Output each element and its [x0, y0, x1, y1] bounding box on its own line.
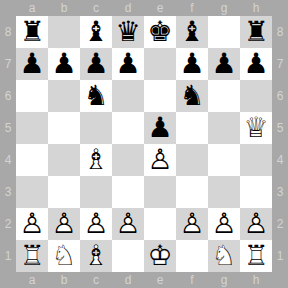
square-c2[interactable]: ♟♙ [80, 208, 112, 240]
square-c7[interactable]: ♟ [80, 48, 112, 80]
file-label-b: b [48, 272, 80, 288]
white-piece-outline: ♖ [240, 240, 272, 272]
square-f1[interactable] [176, 240, 208, 272]
square-b4[interactable] [48, 144, 80, 176]
rank-label-3: 3 [0, 176, 16, 208]
file-labels-bottom: abcdefgh [16, 272, 272, 288]
file-label-c: c [80, 0, 112, 16]
square-e5[interactable]: ♟ [144, 112, 176, 144]
black-pawn-piece[interactable]: ♟ [48, 48, 80, 80]
square-a6[interactable] [16, 80, 48, 112]
square-e1[interactable]: ♚♔ [144, 240, 176, 272]
white-piece-outline: ♙ [80, 208, 112, 240]
square-b8[interactable] [48, 16, 80, 48]
square-d6[interactable] [112, 80, 144, 112]
white-piece-outline: ♖ [16, 240, 48, 272]
square-h4[interactable] [240, 144, 272, 176]
square-d4[interactable] [112, 144, 144, 176]
file-label-f: f [176, 272, 208, 288]
rank-label-5: 5 [0, 112, 16, 144]
square-d8[interactable]: ♛ [112, 16, 144, 48]
square-e3[interactable] [144, 176, 176, 208]
file-labels-top: abcdefgh [16, 0, 272, 16]
file-label-e: e [144, 0, 176, 16]
white-pawn-piece[interactable]: ♟♙ [48, 208, 80, 240]
black-rook-piece[interactable]: ♜ [16, 16, 48, 48]
square-g2[interactable]: ♟♙ [208, 208, 240, 240]
rank-labels-right: 87654321 [272, 16, 288, 272]
square-a5[interactable] [16, 112, 48, 144]
square-g4[interactable] [208, 144, 240, 176]
white-knight-piece[interactable]: ♞♘ [48, 240, 80, 272]
white-pawn-piece[interactable]: ♟♙ [144, 144, 176, 176]
square-f3[interactable] [176, 176, 208, 208]
square-f5[interactable] [176, 112, 208, 144]
square-h2[interactable]: ♟♙ [240, 208, 272, 240]
rank-label-3: 3 [272, 176, 288, 208]
chess-board-frame: abcdefgh 87654321 ♜♝♛♚♝♜♟♟♟♟♟♟♟♞♞♟♛♕♝♗♟♙… [0, 0, 288, 288]
white-piece-outline: ♙ [16, 208, 48, 240]
rank-label-2: 2 [0, 208, 16, 240]
black-knight-piece[interactable]: ♞ [80, 80, 112, 112]
square-f7[interactable]: ♟ [176, 48, 208, 80]
square-h3[interactable] [240, 176, 272, 208]
file-label-a: a [16, 272, 48, 288]
file-label-h: h [240, 272, 272, 288]
square-h6[interactable] [240, 80, 272, 112]
square-b2[interactable]: ♟♙ [48, 208, 80, 240]
white-piece-outline: ♘ [208, 240, 240, 272]
square-a3[interactable] [16, 176, 48, 208]
white-pawn-piece[interactable]: ♟♙ [176, 208, 208, 240]
white-piece-outline: ♙ [112, 208, 144, 240]
rank-label-4: 4 [0, 144, 16, 176]
white-piece-outline: ♗ [80, 144, 112, 176]
white-piece-outline: ♙ [176, 208, 208, 240]
rank-label-7: 7 [0, 48, 16, 80]
white-piece-outline: ♙ [48, 208, 80, 240]
white-queen-piece[interactable]: ♛♕ [240, 112, 272, 144]
black-pawn-piece[interactable]: ♟ [176, 48, 208, 80]
square-c6[interactable]: ♞ [80, 80, 112, 112]
rank-label-5: 5 [272, 112, 288, 144]
square-h1[interactable]: ♜♖ [240, 240, 272, 272]
rank-label-7: 7 [272, 48, 288, 80]
black-pawn-piece[interactable]: ♟ [80, 48, 112, 80]
black-king-piece[interactable]: ♚ [144, 16, 176, 48]
square-b7[interactable]: ♟ [48, 48, 80, 80]
file-label-g: g [208, 272, 240, 288]
square-e8[interactable]: ♚ [144, 16, 176, 48]
black-bishop-piece[interactable]: ♝ [80, 16, 112, 48]
black-knight-piece[interactable]: ♞ [176, 80, 208, 112]
square-b1[interactable]: ♞♘ [48, 240, 80, 272]
square-h5[interactable]: ♛♕ [240, 112, 272, 144]
square-c5[interactable] [80, 112, 112, 144]
rank-label-1: 1 [0, 240, 16, 272]
black-pawn-piece[interactable]: ♟ [144, 112, 176, 144]
file-label-c: c [80, 272, 112, 288]
square-h7[interactable]: ♟ [240, 48, 272, 80]
square-g6[interactable] [208, 80, 240, 112]
square-e7[interactable] [144, 48, 176, 80]
white-piece-outline: ♗ [80, 240, 112, 272]
square-a4[interactable] [16, 144, 48, 176]
square-c4[interactable]: ♝♗ [80, 144, 112, 176]
white-piece-outline: ♙ [144, 144, 176, 176]
rank-label-6: 6 [272, 80, 288, 112]
square-g3[interactable] [208, 176, 240, 208]
square-d1[interactable] [112, 240, 144, 272]
rank-label-8: 8 [0, 16, 16, 48]
white-rook-piece[interactable]: ♜♖ [16, 240, 48, 272]
black-queen-piece[interactable]: ♛ [112, 16, 144, 48]
square-g8[interactable] [208, 16, 240, 48]
black-pawn-piece[interactable]: ♟ [208, 48, 240, 80]
square-d2[interactable]: ♟♙ [112, 208, 144, 240]
white-pawn-piece[interactable]: ♟♙ [16, 208, 48, 240]
square-d3[interactable] [112, 176, 144, 208]
white-bishop-piece[interactable]: ♝♗ [80, 240, 112, 272]
square-d5[interactable] [112, 112, 144, 144]
black-pawn-piece[interactable]: ♟ [112, 48, 144, 80]
file-label-f: f [176, 0, 208, 16]
square-c8[interactable]: ♝ [80, 16, 112, 48]
file-label-d: d [112, 0, 144, 16]
rank-label-8: 8 [272, 16, 288, 48]
square-f2[interactable]: ♟♙ [176, 208, 208, 240]
square-a1[interactable]: ♜♖ [16, 240, 48, 272]
square-g7[interactable]: ♟ [208, 48, 240, 80]
chess-board[interactable]: ♜♝♛♚♝♜♟♟♟♟♟♟♟♞♞♟♛♕♝♗♟♙♟♙♟♙♟♙♟♙♟♙♟♙♟♙♜♖♞♘… [16, 16, 272, 272]
square-d7[interactable]: ♟ [112, 48, 144, 80]
white-piece-outline: ♘ [48, 240, 80, 272]
rank-label-1: 1 [272, 240, 288, 272]
square-b3[interactable] [48, 176, 80, 208]
square-f8[interactable]: ♝ [176, 16, 208, 48]
rank-label-4: 4 [272, 144, 288, 176]
white-pawn-piece[interactable]: ♟♙ [208, 208, 240, 240]
white-pawn-piece[interactable]: ♟♙ [112, 208, 144, 240]
black-rook-piece[interactable]: ♜ [240, 16, 272, 48]
file-label-a: a [16, 0, 48, 16]
square-a8[interactable]: ♜ [16, 16, 48, 48]
square-a7[interactable]: ♟ [16, 48, 48, 80]
rank-label-6: 6 [0, 80, 16, 112]
file-label-g: g [208, 0, 240, 16]
white-piece-outline: ♕ [240, 112, 272, 144]
square-e4[interactable]: ♟♙ [144, 144, 176, 176]
square-b6[interactable] [48, 80, 80, 112]
rank-label-2: 2 [272, 208, 288, 240]
square-h8[interactable]: ♜ [240, 16, 272, 48]
file-label-d: d [112, 272, 144, 288]
square-e2[interactable] [144, 208, 176, 240]
square-c3[interactable] [80, 176, 112, 208]
square-c1[interactable]: ♝♗ [80, 240, 112, 272]
white-rook-piece[interactable]: ♜♖ [240, 240, 272, 272]
rank-labels-left: 87654321 [0, 16, 16, 272]
file-label-b: b [48, 0, 80, 16]
square-g5[interactable] [208, 112, 240, 144]
square-f4[interactable] [176, 144, 208, 176]
white-piece-outline: ♙ [208, 208, 240, 240]
black-pawn-piece[interactable]: ♟ [240, 48, 272, 80]
white-king-piece[interactable]: ♚♔ [144, 240, 176, 272]
square-b5[interactable] [48, 112, 80, 144]
square-g1[interactable]: ♞♘ [208, 240, 240, 272]
white-pawn-piece[interactable]: ♟♙ [80, 208, 112, 240]
black-bishop-piece[interactable]: ♝ [176, 16, 208, 48]
white-bishop-piece[interactable]: ♝♗ [80, 144, 112, 176]
white-pawn-piece[interactable]: ♟♙ [240, 208, 272, 240]
square-f6[interactable]: ♞ [176, 80, 208, 112]
white-piece-outline: ♙ [240, 208, 272, 240]
square-e6[interactable] [144, 80, 176, 112]
white-knight-piece[interactable]: ♞♘ [208, 240, 240, 272]
square-a2[interactable]: ♟♙ [16, 208, 48, 240]
file-label-e: e [144, 272, 176, 288]
white-piece-outline: ♔ [144, 240, 176, 272]
file-label-h: h [240, 0, 272, 16]
black-pawn-piece[interactable]: ♟ [16, 48, 48, 80]
